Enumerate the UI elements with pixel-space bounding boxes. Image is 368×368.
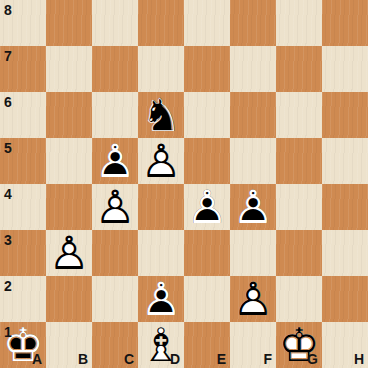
square-g8[interactable] — [276, 0, 322, 46]
square-a3[interactable]: 3 — [0, 230, 46, 276]
square-g5[interactable] — [276, 138, 322, 184]
square-h6[interactable] — [322, 92, 368, 138]
square-d4[interactable] — [138, 184, 184, 230]
white-pawn-outline: ♙ — [92, 184, 138, 230]
white-king[interactable]: ♚♔ — [276, 322, 322, 368]
square-f4[interactable]: ♟♙ — [230, 184, 276, 230]
file-label-f: F — [263, 352, 272, 366]
square-c2[interactable] — [92, 276, 138, 322]
square-c3[interactable] — [92, 230, 138, 276]
black-knight[interactable]: ♞♘ — [138, 92, 184, 138]
black-pawn-outline: ♙ — [230, 184, 276, 230]
square-a1[interactable]: 1A♚♔ — [0, 322, 46, 368]
white-pawn-outline: ♙ — [230, 276, 276, 322]
file-label-c: C — [124, 352, 134, 366]
square-e5[interactable] — [184, 138, 230, 184]
square-h8[interactable] — [322, 0, 368, 46]
square-e2[interactable] — [184, 276, 230, 322]
square-a7[interactable]: 7 — [0, 46, 46, 92]
square-g1[interactable]: G♚♔ — [276, 322, 322, 368]
rank-label-5: 5 — [4, 141, 12, 155]
square-d5[interactable]: ♟♙ — [138, 138, 184, 184]
black-pawn-outline: ♙ — [184, 184, 230, 230]
black-pawn-outline: ♙ — [138, 276, 184, 322]
square-d1[interactable]: D♝♗ — [138, 322, 184, 368]
white-pawn[interactable]: ♟♙ — [92, 184, 138, 230]
square-h3[interactable] — [322, 230, 368, 276]
square-e3[interactable] — [184, 230, 230, 276]
square-e4[interactable]: ♟♙ — [184, 184, 230, 230]
rank-label-7: 7 — [4, 49, 12, 63]
square-g7[interactable] — [276, 46, 322, 92]
square-b8[interactable] — [46, 0, 92, 46]
file-label-h: H — [354, 352, 364, 366]
rank-label-2: 2 — [4, 279, 12, 293]
rank-label-8: 8 — [4, 3, 12, 17]
white-pawn-outline: ♙ — [46, 230, 92, 276]
white-pawn[interactable]: ♟♙ — [230, 276, 276, 322]
chess-board: 876♞♘5♟♙♟♙4♟♙♟♙♟♙3♟♙2♟♙♟♙1A♚♔BCD♝♗EFG♚♔H — [0, 0, 368, 368]
square-b2[interactable] — [46, 276, 92, 322]
white-bishop[interactable]: ♝♗ — [138, 322, 184, 368]
black-king[interactable]: ♚♔ — [0, 322, 46, 368]
square-e1[interactable]: E — [184, 322, 230, 368]
file-label-e: E — [217, 352, 226, 366]
square-d3[interactable] — [138, 230, 184, 276]
black-knight-outline: ♘ — [138, 92, 184, 138]
white-pawn-outline: ♙ — [138, 138, 184, 184]
rank-label-6: 6 — [4, 95, 12, 109]
square-h4[interactable] — [322, 184, 368, 230]
rank-label-4: 4 — [4, 187, 12, 201]
square-b3[interactable]: ♟♙ — [46, 230, 92, 276]
square-d7[interactable] — [138, 46, 184, 92]
square-f1[interactable]: F — [230, 322, 276, 368]
square-f5[interactable] — [230, 138, 276, 184]
square-c4[interactable]: ♟♙ — [92, 184, 138, 230]
black-pawn-outline: ♙ — [92, 138, 138, 184]
rank-label-3: 3 — [4, 233, 12, 247]
square-b4[interactable] — [46, 184, 92, 230]
square-d8[interactable] — [138, 0, 184, 46]
square-a5[interactable]: 5 — [0, 138, 46, 184]
square-c6[interactable] — [92, 92, 138, 138]
square-f6[interactable] — [230, 92, 276, 138]
square-h1[interactable]: H — [322, 322, 368, 368]
black-pawn[interactable]: ♟♙ — [138, 276, 184, 322]
square-b5[interactable] — [46, 138, 92, 184]
square-f2[interactable]: ♟♙ — [230, 276, 276, 322]
square-d2[interactable]: ♟♙ — [138, 276, 184, 322]
square-a6[interactable]: 6 — [0, 92, 46, 138]
square-e6[interactable] — [184, 92, 230, 138]
square-f8[interactable] — [230, 0, 276, 46]
square-h2[interactable] — [322, 276, 368, 322]
square-b7[interactable] — [46, 46, 92, 92]
square-c7[interactable] — [92, 46, 138, 92]
square-c5[interactable]: ♟♙ — [92, 138, 138, 184]
black-pawn[interactable]: ♟♙ — [92, 138, 138, 184]
square-c1[interactable]: C — [92, 322, 138, 368]
square-a8[interactable]: 8 — [0, 0, 46, 46]
square-c8[interactable] — [92, 0, 138, 46]
square-e7[interactable] — [184, 46, 230, 92]
square-h5[interactable] — [322, 138, 368, 184]
square-e8[interactable] — [184, 0, 230, 46]
square-a2[interactable]: 2 — [0, 276, 46, 322]
square-a4[interactable]: 4 — [0, 184, 46, 230]
square-d6[interactable]: ♞♘ — [138, 92, 184, 138]
square-b1[interactable]: B — [46, 322, 92, 368]
square-f3[interactable] — [230, 230, 276, 276]
square-g6[interactable] — [276, 92, 322, 138]
black-pawn[interactable]: ♟♙ — [230, 184, 276, 230]
black-king-outline: ♔ — [0, 322, 46, 368]
square-f7[interactable] — [230, 46, 276, 92]
white-pawn[interactable]: ♟♙ — [46, 230, 92, 276]
square-g4[interactable] — [276, 184, 322, 230]
file-label-b: B — [78, 352, 88, 366]
square-g3[interactable] — [276, 230, 322, 276]
white-pawn[interactable]: ♟♙ — [138, 138, 184, 184]
square-g2[interactable] — [276, 276, 322, 322]
white-king-outline: ♔ — [276, 322, 322, 368]
square-h7[interactable] — [322, 46, 368, 92]
white-bishop-outline: ♗ — [138, 322, 184, 368]
black-pawn[interactable]: ♟♙ — [184, 184, 230, 230]
square-b6[interactable] — [46, 92, 92, 138]
